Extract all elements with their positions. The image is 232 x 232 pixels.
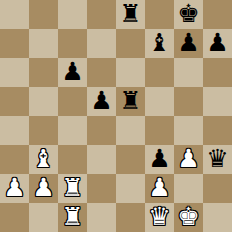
square-b5[interactable] bbox=[29, 87, 58, 116]
square-g1[interactable]: ♚ bbox=[174, 203, 203, 232]
square-g4[interactable] bbox=[174, 116, 203, 145]
square-g3[interactable]: ♟ bbox=[174, 145, 203, 174]
square-b8[interactable] bbox=[29, 0, 58, 29]
square-f7[interactable]: ♝ bbox=[145, 29, 174, 58]
square-h1[interactable] bbox=[203, 203, 232, 232]
square-h2[interactable] bbox=[203, 174, 232, 203]
square-f6[interactable] bbox=[145, 58, 174, 87]
white-pawn[interactable]: ♟ bbox=[148, 174, 170, 202]
white-queen[interactable]: ♛ bbox=[148, 203, 170, 231]
square-c6[interactable]: ♟ bbox=[58, 58, 87, 87]
square-a6[interactable] bbox=[0, 58, 29, 87]
square-h4[interactable] bbox=[203, 116, 232, 145]
white-rook[interactable]: ♜ bbox=[61, 174, 83, 202]
black-pawn[interactable]: ♟ bbox=[177, 29, 199, 57]
square-h8[interactable] bbox=[203, 0, 232, 29]
square-a1[interactable] bbox=[0, 203, 29, 232]
white-bishop[interactable]: ♝ bbox=[32, 145, 54, 173]
square-a2[interactable]: ♟ bbox=[0, 174, 29, 203]
square-b7[interactable] bbox=[29, 29, 58, 58]
square-d7[interactable] bbox=[87, 29, 116, 58]
square-d1[interactable] bbox=[87, 203, 116, 232]
square-d3[interactable] bbox=[87, 145, 116, 174]
chessboard: ♜♚♝♟♟♟♟♜♝♟♟♛♟♟♜♟♜♛♚ bbox=[0, 0, 232, 232]
square-e7[interactable] bbox=[116, 29, 145, 58]
square-b2[interactable]: ♟ bbox=[29, 174, 58, 203]
square-c2[interactable]: ♜ bbox=[58, 174, 87, 203]
square-b4[interactable] bbox=[29, 116, 58, 145]
square-d2[interactable] bbox=[87, 174, 116, 203]
square-g6[interactable] bbox=[174, 58, 203, 87]
square-f2[interactable]: ♟ bbox=[145, 174, 174, 203]
square-g2[interactable] bbox=[174, 174, 203, 203]
square-e3[interactable] bbox=[116, 145, 145, 174]
square-g8[interactable]: ♚ bbox=[174, 0, 203, 29]
square-d5[interactable]: ♟ bbox=[87, 87, 116, 116]
square-c4[interactable] bbox=[58, 116, 87, 145]
square-b3[interactable]: ♝ bbox=[29, 145, 58, 174]
square-d4[interactable] bbox=[87, 116, 116, 145]
white-pawn[interactable]: ♟ bbox=[3, 174, 25, 202]
white-king[interactable]: ♚ bbox=[177, 203, 199, 231]
black-pawn[interactable]: ♟ bbox=[61, 58, 83, 86]
square-d6[interactable] bbox=[87, 58, 116, 87]
square-a7[interactable] bbox=[0, 29, 29, 58]
white-pawn[interactable]: ♟ bbox=[177, 145, 199, 173]
square-c1[interactable]: ♜ bbox=[58, 203, 87, 232]
black-rook[interactable]: ♜ bbox=[119, 0, 141, 28]
square-h3[interactable]: ♛ bbox=[203, 145, 232, 174]
black-bishop[interactable]: ♝ bbox=[148, 29, 170, 57]
square-f1[interactable]: ♛ bbox=[145, 203, 174, 232]
black-king[interactable]: ♚ bbox=[177, 0, 199, 28]
square-f8[interactable] bbox=[145, 0, 174, 29]
square-a3[interactable] bbox=[0, 145, 29, 174]
square-f3[interactable]: ♟ bbox=[145, 145, 174, 174]
square-h6[interactable] bbox=[203, 58, 232, 87]
square-g5[interactable] bbox=[174, 87, 203, 116]
white-pawn[interactable]: ♟ bbox=[32, 174, 54, 202]
black-queen[interactable]: ♛ bbox=[206, 145, 228, 173]
white-rook[interactable]: ♜ bbox=[61, 203, 83, 231]
square-a5[interactable] bbox=[0, 87, 29, 116]
square-d8[interactable] bbox=[87, 0, 116, 29]
square-a4[interactable] bbox=[0, 116, 29, 145]
square-e8[interactable]: ♜ bbox=[116, 0, 145, 29]
square-f4[interactable] bbox=[145, 116, 174, 145]
square-f5[interactable] bbox=[145, 87, 174, 116]
square-h5[interactable] bbox=[203, 87, 232, 116]
square-c5[interactable] bbox=[58, 87, 87, 116]
square-e2[interactable] bbox=[116, 174, 145, 203]
square-b6[interactable] bbox=[29, 58, 58, 87]
square-e5[interactable]: ♜ bbox=[116, 87, 145, 116]
square-e6[interactable] bbox=[116, 58, 145, 87]
square-e1[interactable] bbox=[116, 203, 145, 232]
square-h7[interactable]: ♟ bbox=[203, 29, 232, 58]
square-b1[interactable] bbox=[29, 203, 58, 232]
square-c3[interactable] bbox=[58, 145, 87, 174]
black-pawn[interactable]: ♟ bbox=[148, 145, 170, 173]
square-c8[interactable] bbox=[58, 0, 87, 29]
square-c7[interactable] bbox=[58, 29, 87, 58]
square-g7[interactable]: ♟ bbox=[174, 29, 203, 58]
square-a8[interactable] bbox=[0, 0, 29, 29]
black-pawn[interactable]: ♟ bbox=[90, 87, 112, 115]
black-pawn[interactable]: ♟ bbox=[206, 29, 228, 57]
square-e4[interactable] bbox=[116, 116, 145, 145]
black-rook[interactable]: ♜ bbox=[119, 87, 141, 115]
